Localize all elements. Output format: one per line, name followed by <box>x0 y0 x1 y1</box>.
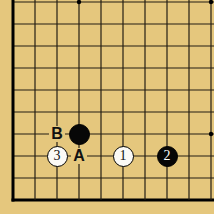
white-stone: 3 <box>47 146 68 167</box>
go-board: 123BA <box>2 0 214 211</box>
black-stone: 2 <box>157 146 178 167</box>
stone-move-number: 3 <box>54 149 61 163</box>
point-label-marker: A <box>71 148 87 164</box>
stone-move-number: 2 <box>164 149 171 163</box>
go-board-diagram: 123BA <box>0 0 214 214</box>
stone-move-number: 1 <box>120 149 127 163</box>
black-stone <box>69 124 90 145</box>
point-label-marker: B <box>49 126 65 142</box>
white-stone: 1 <box>113 146 134 167</box>
